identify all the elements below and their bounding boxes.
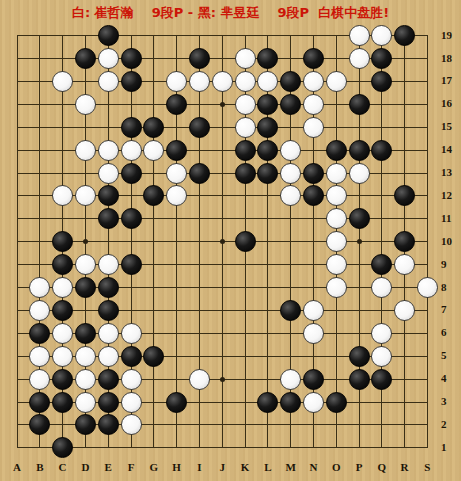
row-label: 5 <box>441 349 461 361</box>
star-point <box>357 239 362 244</box>
row-label: 7 <box>441 303 461 315</box>
column-label: C <box>54 461 72 473</box>
black-stone[interactable] <box>143 346 164 367</box>
white-stone[interactable] <box>189 71 210 92</box>
black-stone[interactable] <box>166 392 187 413</box>
black-stone[interactable] <box>303 163 324 184</box>
white-stone[interactable] <box>303 392 324 413</box>
black-stone[interactable] <box>257 163 278 184</box>
white-stone[interactable] <box>394 254 415 275</box>
row-label: 16 <box>441 97 461 109</box>
black-stone[interactable] <box>257 48 278 69</box>
row-label: 8 <box>441 281 461 293</box>
row-label: 15 <box>441 120 461 132</box>
black-stone[interactable] <box>121 48 142 69</box>
black-stone[interactable] <box>52 254 73 275</box>
black-stone[interactable] <box>280 71 301 92</box>
black-stone[interactable] <box>235 140 256 161</box>
black-stone[interactable] <box>98 414 119 435</box>
go-board[interactable]: ABCDEFGHIJKLMNOPQRS191817161514131211109… <box>0 0 461 481</box>
black-stone[interactable] <box>98 208 119 229</box>
white-stone[interactable] <box>280 163 301 184</box>
row-label: 4 <box>441 372 461 384</box>
column-label: R <box>396 461 414 473</box>
black-stone[interactable] <box>121 254 142 275</box>
black-stone[interactable] <box>121 208 142 229</box>
white-stone[interactable] <box>280 140 301 161</box>
white-stone[interactable] <box>121 392 142 413</box>
black-stone[interactable] <box>280 392 301 413</box>
black-stone[interactable] <box>29 392 50 413</box>
black-stone[interactable] <box>235 163 256 184</box>
row-label: 13 <box>441 166 461 178</box>
white-stone[interactable] <box>52 277 73 298</box>
black-stone[interactable] <box>303 369 324 390</box>
column-label: A <box>8 461 26 473</box>
white-stone[interactable] <box>371 346 392 367</box>
black-stone[interactable] <box>75 323 96 344</box>
black-stone[interactable] <box>143 185 164 206</box>
black-stone[interactable] <box>98 185 119 206</box>
white-stone[interactable] <box>75 254 96 275</box>
row-label: 12 <box>441 189 461 201</box>
black-stone[interactable] <box>29 323 50 344</box>
white-stone[interactable] <box>75 185 96 206</box>
column-label: B <box>31 461 49 473</box>
white-stone[interactable] <box>326 277 347 298</box>
row-label: 9 <box>441 258 461 270</box>
black-stone[interactable] <box>52 300 73 321</box>
black-stone[interactable] <box>121 346 142 367</box>
white-stone[interactable] <box>52 346 73 367</box>
white-stone[interactable] <box>166 185 187 206</box>
white-stone[interactable] <box>303 117 324 138</box>
row-label: 2 <box>441 418 461 430</box>
white-stone[interactable] <box>143 140 164 161</box>
black-stone[interactable] <box>121 163 142 184</box>
white-stone[interactable] <box>29 277 50 298</box>
black-stone[interactable] <box>394 25 415 46</box>
white-stone[interactable] <box>98 140 119 161</box>
black-stone[interactable] <box>349 208 370 229</box>
white-stone[interactable] <box>371 277 392 298</box>
black-stone[interactable] <box>52 392 73 413</box>
black-stone[interactable] <box>349 369 370 390</box>
white-stone[interactable] <box>371 25 392 46</box>
black-stone[interactable] <box>52 437 73 458</box>
white-stone[interactable] <box>326 71 347 92</box>
white-stone[interactable] <box>98 71 119 92</box>
star-point <box>220 239 225 244</box>
white-stone[interactable] <box>349 48 370 69</box>
black-stone[interactable] <box>189 48 210 69</box>
white-stone[interactable] <box>257 71 278 92</box>
white-stone[interactable] <box>29 369 50 390</box>
grid-line-vertical <box>427 35 428 448</box>
white-stone[interactable] <box>98 254 119 275</box>
star-point <box>83 239 88 244</box>
white-stone[interactable] <box>326 208 347 229</box>
black-stone[interactable] <box>303 185 324 206</box>
black-stone[interactable] <box>371 140 392 161</box>
black-stone[interactable] <box>394 185 415 206</box>
star-point <box>220 102 225 107</box>
black-stone[interactable] <box>235 231 256 252</box>
white-stone[interactable] <box>121 414 142 435</box>
column-label: I <box>190 461 208 473</box>
white-stone[interactable] <box>303 323 324 344</box>
column-label: F <box>122 461 140 473</box>
black-stone[interactable] <box>75 414 96 435</box>
black-stone[interactable] <box>189 163 210 184</box>
black-stone[interactable] <box>98 277 119 298</box>
black-stone[interactable] <box>121 71 142 92</box>
white-stone[interactable] <box>326 254 347 275</box>
white-stone[interactable] <box>121 140 142 161</box>
white-stone[interactable] <box>121 323 142 344</box>
white-stone[interactable] <box>303 94 324 115</box>
white-stone[interactable] <box>98 323 119 344</box>
white-stone[interactable] <box>235 71 256 92</box>
white-stone[interactable] <box>166 163 187 184</box>
column-label: K <box>236 461 254 473</box>
black-stone[interactable] <box>75 277 96 298</box>
black-stone[interactable] <box>121 117 142 138</box>
black-stone[interactable] <box>349 94 370 115</box>
column-label: D <box>76 461 94 473</box>
column-label: G <box>145 461 163 473</box>
black-stone[interactable] <box>349 140 370 161</box>
white-stone[interactable] <box>75 369 96 390</box>
row-label: 17 <box>441 74 461 86</box>
white-stone[interactable] <box>52 185 73 206</box>
black-stone[interactable] <box>52 231 73 252</box>
white-stone[interactable] <box>326 163 347 184</box>
white-stone[interactable] <box>326 231 347 252</box>
white-stone[interactable] <box>98 163 119 184</box>
black-stone[interactable] <box>326 392 347 413</box>
black-stone[interactable] <box>98 300 119 321</box>
black-stone[interactable] <box>371 71 392 92</box>
white-stone[interactable] <box>29 300 50 321</box>
go-app-window: 白: 崔哲瀚 9段P - 黑: 芈昱廷 9段P 白棋中盘胜! ABCDEFGHI… <box>0 0 461 481</box>
column-label: P <box>350 461 368 473</box>
row-label: 3 <box>441 395 461 407</box>
white-stone[interactable] <box>75 140 96 161</box>
white-stone[interactable] <box>394 300 415 321</box>
row-label: 14 <box>441 143 461 155</box>
column-label: H <box>168 461 186 473</box>
grid-line-horizontal <box>17 447 428 448</box>
white-stone[interactable] <box>75 346 96 367</box>
column-label: N <box>304 461 322 473</box>
black-stone[interactable] <box>371 254 392 275</box>
black-stone[interactable] <box>143 117 164 138</box>
black-stone[interactable] <box>303 48 324 69</box>
column-label: M <box>282 461 300 473</box>
black-stone[interactable] <box>371 369 392 390</box>
white-stone[interactable] <box>121 369 142 390</box>
white-stone[interactable] <box>280 185 301 206</box>
black-stone[interactable] <box>257 94 278 115</box>
black-stone[interactable] <box>98 25 119 46</box>
white-stone[interactable] <box>303 300 324 321</box>
black-stone[interactable] <box>257 117 278 138</box>
black-stone[interactable] <box>280 94 301 115</box>
white-stone[interactable] <box>52 71 73 92</box>
white-stone[interactable] <box>212 71 233 92</box>
black-stone[interactable] <box>349 346 370 367</box>
row-label: 10 <box>441 235 461 247</box>
row-label: 18 <box>441 52 461 64</box>
white-stone[interactable] <box>349 25 370 46</box>
black-stone[interactable] <box>394 231 415 252</box>
black-stone[interactable] <box>189 117 210 138</box>
white-stone[interactable] <box>235 117 256 138</box>
star-point <box>220 377 225 382</box>
column-label: J <box>213 461 231 473</box>
black-stone[interactable] <box>280 300 301 321</box>
black-stone[interactable] <box>75 48 96 69</box>
white-stone[interactable] <box>98 48 119 69</box>
black-stone[interactable] <box>166 140 187 161</box>
white-stone[interactable] <box>417 277 438 298</box>
white-stone[interactable] <box>29 346 50 367</box>
white-stone[interactable] <box>75 392 96 413</box>
column-label: Q <box>373 461 391 473</box>
white-stone[interactable] <box>303 71 324 92</box>
white-stone[interactable] <box>326 185 347 206</box>
white-stone[interactable] <box>235 48 256 69</box>
black-stone[interactable] <box>52 369 73 390</box>
grid-line-horizontal <box>17 310 428 311</box>
black-stone[interactable] <box>257 392 278 413</box>
black-stone[interactable] <box>98 392 119 413</box>
white-stone[interactable] <box>166 71 187 92</box>
black-stone[interactable] <box>371 48 392 69</box>
column-label: L <box>259 461 277 473</box>
white-stone[interactable] <box>98 346 119 367</box>
white-stone[interactable] <box>371 323 392 344</box>
white-stone[interactable] <box>349 163 370 184</box>
row-label: 1 <box>441 441 461 453</box>
white-stone[interactable] <box>52 323 73 344</box>
column-label: O <box>327 461 345 473</box>
row-label: 6 <box>441 326 461 338</box>
row-label: 19 <box>441 29 461 41</box>
black-stone[interactable] <box>257 140 278 161</box>
black-stone[interactable] <box>29 414 50 435</box>
white-stone[interactable] <box>189 369 210 390</box>
row-label: 11 <box>441 212 461 224</box>
black-stone[interactable] <box>166 94 187 115</box>
black-stone[interactable] <box>98 369 119 390</box>
black-stone[interactable] <box>326 140 347 161</box>
white-stone[interactable] <box>280 369 301 390</box>
white-stone[interactable] <box>75 94 96 115</box>
column-label: E <box>99 461 117 473</box>
column-label: S <box>418 461 436 473</box>
white-stone[interactable] <box>235 94 256 115</box>
